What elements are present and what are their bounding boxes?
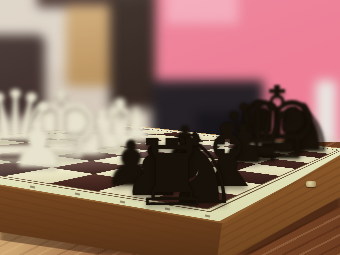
- basket: [66, 5, 112, 86]
- photo-chess-scene: ♛♟♚♞♟♝♟♟♟♟♜♟♞♝♟♛♚♝♞: [0, 0, 340, 255]
- white-bottle: [316, 80, 337, 142]
- armchair-left: [0, 34, 45, 117]
- board-clasp: [306, 181, 316, 187]
- pink-wall-highlight: [166, 0, 239, 24]
